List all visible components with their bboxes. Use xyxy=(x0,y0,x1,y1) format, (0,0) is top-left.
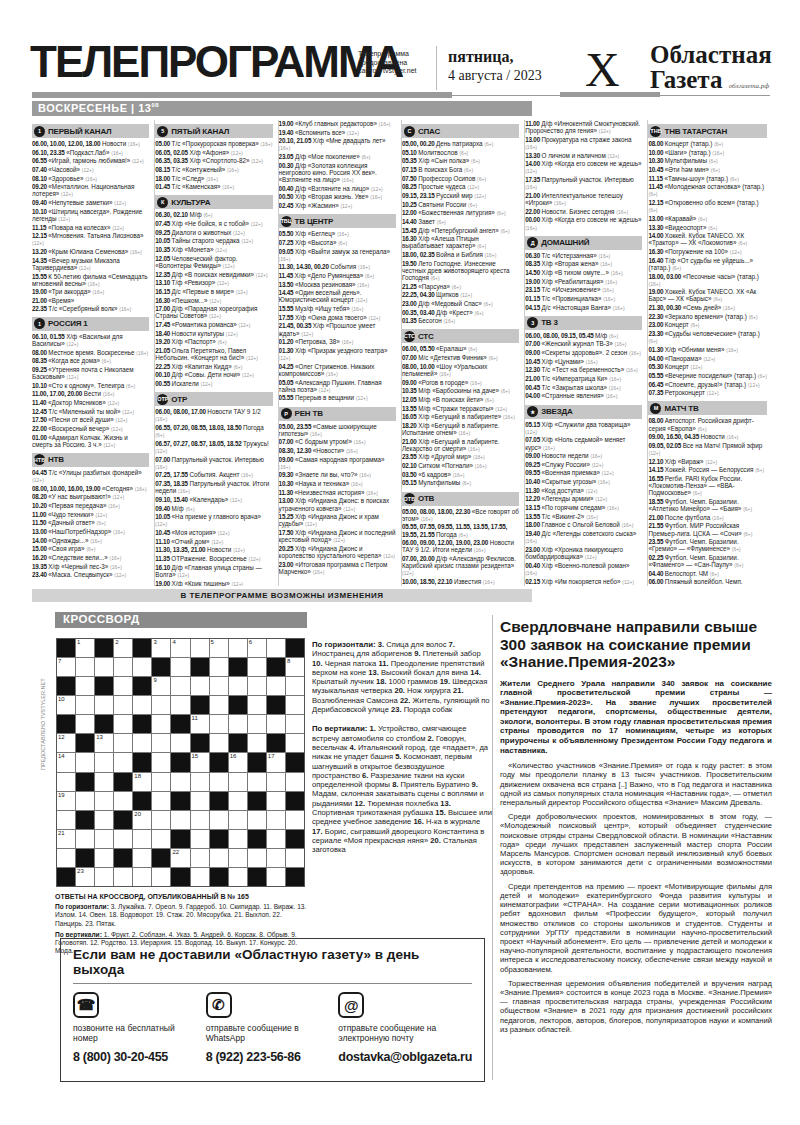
delivery-contact-label: отправьте сообщение на электронную почту xyxy=(338,1023,472,1045)
crossword-cell[interactable]: 6 xyxy=(248,639,266,657)
program-item: 14.50 Х/ф «В тихом омуте...» (16+) xyxy=(525,269,642,277)
crossword-cell-black xyxy=(248,830,266,848)
crossword-cell[interactable] xyxy=(114,658,132,676)
crossword-answers-title: ОТВЕТЫ НА КРОССВОРД, ОПУБЛИКОВАННЫЙ В № … xyxy=(55,893,307,901)
header-rule-thick xyxy=(560,92,660,97)
crossword-cell[interactable] xyxy=(152,696,170,714)
crossword-cell[interactable] xyxy=(152,868,170,886)
crossword-cell[interactable] xyxy=(229,849,247,867)
crossword-cell[interactable] xyxy=(171,677,189,695)
program-item: 19.00 «Три аккорда» (16+) xyxy=(32,288,149,296)
article-paragraph: Среди добровольческих проектов, номиниро… xyxy=(500,812,772,876)
tv-column-2: 5ПЯТЫЙ КАНАЛ05.00 Т/с «Прокурорская пров… xyxy=(155,120,278,586)
crossword-cell[interactable] xyxy=(76,696,94,714)
crossword-cell[interactable] xyxy=(76,792,94,810)
article-paragraph: «Количество участников «Знание.Премия» о… xyxy=(500,761,772,807)
crossword-cell[interactable] xyxy=(114,696,132,714)
program-item: 05.30 Концерт (12+) xyxy=(648,363,766,371)
crossword-cell[interactable] xyxy=(267,868,285,886)
program-item: 10.30 «Наука и техника» (16+) xyxy=(279,480,396,488)
clue-number: 19 xyxy=(58,792,65,798)
crossword-cell[interactable] xyxy=(114,677,132,695)
crossword-cell-black xyxy=(114,849,132,867)
program-item: 11.30, 14.30, 00.20 События (16+) xyxy=(279,263,396,271)
crossword-cell[interactable] xyxy=(95,792,113,810)
clue-number: 11 xyxy=(192,715,198,721)
crossword-cell[interactable] xyxy=(76,715,94,733)
crossword-cell[interactable] xyxy=(210,773,228,791)
crossword-cell-black xyxy=(210,830,228,848)
program-item: 01.00 «Адмирал Колчак. Жизнь и смерть за… xyxy=(32,434,149,449)
program-item: 08.20 «У нас выигрывают!» (12+) xyxy=(32,493,149,501)
crossword-cell[interactable] xyxy=(76,658,94,676)
program-item: 06.00, 10.00, 12.00, 18.00 Новости (16+) xyxy=(32,140,149,148)
crossword-cell[interactable]: 21 xyxy=(57,830,75,848)
crossword-cell[interactable] xyxy=(76,753,94,771)
crossword-cell[interactable] xyxy=(229,811,247,829)
crossword-cell[interactable]: 19 xyxy=(57,792,75,810)
crossword-cell[interactable]: 15 xyxy=(191,753,209,771)
crossword-cell[interactable] xyxy=(114,734,132,752)
crossword-cell[interactable] xyxy=(171,658,189,676)
crossword-cell[interactable] xyxy=(152,715,170,733)
program-item: 07.35, 18.35 Патрульный участок. Итоги н… xyxy=(155,480,272,495)
tv-column-4: ССПАС05.00, 00.20 День патриарха (6+)05.… xyxy=(402,120,525,586)
crossword-cell[interactable] xyxy=(114,753,132,771)
program-item: 23.30 «Судьбы человеческие» (татар.) (6+… xyxy=(648,330,766,345)
crossword-cell[interactable] xyxy=(210,849,228,867)
channel-name: РОССИЯ 1 xyxy=(48,319,88,328)
program-item: 09.40 М/ф (6+) xyxy=(155,505,272,513)
channel-logo-icon: М xyxy=(650,403,661,414)
program-item: 05.50 Х/ф «Беглец» (16+) xyxy=(279,230,396,238)
channel-name: ДОМАШНИЙ xyxy=(541,238,589,247)
clue-number: 10 xyxy=(58,696,65,702)
program-item: 07.15 В поисках Бога (6+) xyxy=(402,166,519,174)
crossword-cell[interactable] xyxy=(229,773,247,791)
crossword-cell[interactable] xyxy=(248,811,266,829)
whatsapp-icon: ✆ xyxy=(206,992,232,1018)
program-item: 07.00 Патрульный участок. Интервью (16+) xyxy=(155,456,272,471)
program-item: 07.00 «Женский журнал ТВ-3» (16+) xyxy=(525,340,642,348)
crossword-cell[interactable] xyxy=(286,773,304,791)
channel-logo-icon: 5 xyxy=(157,126,168,137)
program-item: 01.30 Х/ф «Призрак уездного театра» (12+… xyxy=(279,347,396,362)
crossword-cell[interactable] xyxy=(210,696,228,714)
program-item: 11.30, 13.35, 21.00 Новости (12+) xyxy=(155,546,272,554)
crossword-cell-black xyxy=(210,868,228,886)
program-item: 19.20 Х/ф «Паспорт» (6+) xyxy=(155,338,272,346)
crossword-cell[interactable] xyxy=(95,868,113,886)
program-item: 16.40 Т/ф «От судьбы не уйдешь...» (тата… xyxy=(648,257,766,272)
delivery-contact-whatsapp[interactable]: ✆отправьте сообщение в WhatsApp8 (922) 2… xyxy=(206,992,331,1064)
crossword-cell[interactable] xyxy=(191,677,209,695)
provider-note: Телепрограмма предоставлена сайтом tvsty… xyxy=(358,50,428,76)
program-item: 13.00 Прокуратура на страже закона (16+) xyxy=(525,136,642,151)
crossword-cell[interactable] xyxy=(95,696,113,714)
crossword-cell[interactable] xyxy=(248,849,266,867)
crossword-cell[interactable] xyxy=(152,753,170,771)
crossword-cell[interactable] xyxy=(229,639,247,657)
crossword-cell[interactable]: 16 xyxy=(229,753,247,771)
delivery-contact-phone[interactable]: ☎позвоните на бесплатный номер8 (800) 30… xyxy=(73,992,198,1064)
tv-column-6: ТНВТНВ ТАТАРСТАН08.00 Концерт (татар.) (… xyxy=(648,120,771,586)
crossword-cell[interactable]: 20 xyxy=(133,811,151,829)
crossword-cell[interactable]: 7 xyxy=(57,658,75,676)
program-item: 10.00, 18.50, 22.10 Известия (16+) xyxy=(402,578,519,586)
crossword-cell[interactable] xyxy=(152,773,170,791)
program-item: 08.25 Простые чудеса (12+) xyxy=(402,183,519,191)
channel-name: МАТЧ ТВ xyxy=(664,404,698,413)
program-item: 05.05 «Александр Пушкин. Главная тайна п… xyxy=(279,379,396,394)
program-item: 10.45 «Моя история» (12+) xyxy=(155,529,272,537)
crossword-cell[interactable] xyxy=(57,773,75,791)
crossword-cell-black xyxy=(248,868,266,886)
channel-name: КУЛЬТУРА xyxy=(171,198,210,207)
program-item: 14.35 «Вечер музыки Микаэла Таривердиева… xyxy=(32,257,149,272)
crossword-cell[interactable] xyxy=(210,811,228,829)
program-item: 23.55 Футбол. Чемп. Бразилии. «Гремио» —… xyxy=(648,538,766,553)
delivery-contact-label: отправьте сообщение в WhatsApp xyxy=(206,1023,331,1045)
crossword-cell-black xyxy=(191,696,209,714)
crossword-cell-black xyxy=(210,753,228,771)
program-item: 13.55 М/ф «Стражи терракоты» (12+) xyxy=(402,405,519,413)
crossword-cell[interactable] xyxy=(248,715,266,733)
channel-header: ОТВОТВ xyxy=(402,492,519,506)
program-item: 21.00 «Время» xyxy=(32,297,149,304)
crossword-cell[interactable] xyxy=(267,677,285,695)
program-item: 18.00, 03.00 «Песочные часы» (татар.) (1… xyxy=(648,273,766,288)
program-item: 18.00, 02.35 Война и Библия (16+) xyxy=(402,251,519,259)
program-item: 07.50 Профессор Осипов (6+) xyxy=(402,175,519,183)
crossword-cell[interactable] xyxy=(95,658,113,676)
crossword-cell[interactable] xyxy=(152,734,170,752)
crossword-cell-black xyxy=(286,868,304,886)
program-item: 13.00 «Каравай» (6+) xyxy=(648,215,766,223)
crossword-cell[interactable] xyxy=(267,849,285,867)
crossword-cell[interactable] xyxy=(229,830,247,848)
program-item: 01.20 «Петровка, 38» (16+) xyxy=(279,338,396,346)
crossword-cell[interactable] xyxy=(191,792,209,810)
program-item: 23.00 Х/ф «Хроника пикирующего бомбардир… xyxy=(525,546,642,561)
crossword-cell-black xyxy=(267,734,285,752)
clue-number: 9 xyxy=(153,677,156,683)
program-item: 09.00, 16.50, 04.35 Новости (16+) xyxy=(648,433,766,441)
program-item: 22.25 Х/ф «Капитан Кидд» (6+) xyxy=(155,363,272,371)
program-item: 18.00 Т/с «След» (16+) xyxy=(155,175,272,183)
crossword-cell[interactable] xyxy=(171,773,189,791)
schedule-change-notice: В ТЕЛЕПРОГРАММЕ ВОЗМОЖНЫ ИЗМЕНЕНИЯ xyxy=(32,589,532,602)
program-item: 15.45 Д/ф «Петербургский ангел» (6+) xyxy=(402,227,519,235)
crossword-cell[interactable] xyxy=(152,792,170,810)
crossword-cell[interactable] xyxy=(267,639,285,657)
crossword-cell[interactable]: 22 xyxy=(171,849,189,867)
crossword-cell[interactable] xyxy=(248,734,266,752)
program-item: 19.00 Хоккей. Кубок TANECO. ХК «Ак Барс»… xyxy=(648,288,766,303)
program-item: 15.00 «Своя игра» (6+) xyxy=(32,545,149,553)
crossword-cell[interactable] xyxy=(191,849,209,867)
crossword-cell-black xyxy=(133,753,151,771)
crossword-cell[interactable] xyxy=(133,868,151,886)
program-item: 00.55 Искатели (12+) xyxy=(155,380,272,388)
newspaper-logo: Областная Газета облгазета.рф xyxy=(650,42,772,99)
channel-logo-icon: ОТВ xyxy=(404,493,415,504)
program-item: 16.10 Д/ф «Главная улица страны — Волга»… xyxy=(155,564,272,579)
crossword-cell[interactable] xyxy=(210,658,228,676)
program-item: 04.25 «Олег Стриженов. Никаких компромис… xyxy=(279,363,396,378)
crossword-cell-black xyxy=(171,715,189,733)
crossword-cell[interactable]: 5 xyxy=(210,639,228,657)
program-item: 00.50 Х/ф «Вторая жизнь. Уве» (16+) xyxy=(279,193,396,201)
day-banner-month: 08 xyxy=(151,102,159,108)
crossword-cell[interactable] xyxy=(114,715,132,733)
crossword-cell[interactable] xyxy=(57,811,75,829)
channel-header: ММАТЧ ТВ xyxy=(648,401,766,415)
program-item: 05.00, 00.20 День патриарха (6+) xyxy=(402,140,519,148)
crossword-cell[interactable] xyxy=(95,753,113,771)
masthead-underline xyxy=(32,92,452,98)
crossword-cell[interactable] xyxy=(286,715,304,733)
crossword-cell[interactable] xyxy=(171,696,189,714)
program-item: 13.20 «Крым Юлиана Семенова» (16+) xyxy=(32,248,149,256)
crossword-cell[interactable] xyxy=(286,849,304,867)
crossword-cell-black xyxy=(57,715,75,733)
crossword-cell[interactable] xyxy=(76,677,94,695)
program-item: 14.15 Хоккей. Россия — Белоруссия (6+) xyxy=(648,466,766,474)
crossword-cell[interactable]: 18 xyxy=(133,773,151,791)
program-item: 11.15 «Тамчы-шоу» (татар.) (6+) xyxy=(648,175,766,183)
crossword-cell[interactable]: 3 xyxy=(152,639,170,657)
crossword-cell[interactable] xyxy=(114,792,132,810)
crossword-cell-black xyxy=(191,658,209,676)
crossword-cell[interactable] xyxy=(133,658,151,676)
crossword-cell[interactable] xyxy=(248,677,266,695)
program-item: 10.00 «Шаги» (татар.) (16+) xyxy=(648,149,766,157)
tv-column-1: 1ПЕРВЫЙ КАНАЛ06.00, 10.00, 12.00, 18.00 … xyxy=(32,120,155,586)
crossword-cell[interactable] xyxy=(191,773,209,791)
article-lead: Жители Среднего Урала направили 340 заяв… xyxy=(500,679,772,756)
crossword-cell[interactable] xyxy=(191,868,209,886)
crossword-cell[interactable]: 8 xyxy=(286,658,304,676)
crossword-cell[interactable] xyxy=(267,773,285,791)
program-item: 23.00 Концерт (6+) xyxy=(648,321,766,329)
crossword-cell[interactable] xyxy=(267,811,285,829)
crossword-cell[interactable] xyxy=(76,830,94,848)
tv-column-5: 11.00 Д/ф «Иннокентий Смоктуновский. Про… xyxy=(525,120,648,586)
issue-date-value: 4 августа / 2023 xyxy=(448,68,542,84)
crossword-cell[interactable] xyxy=(267,715,285,733)
crossword-cell[interactable] xyxy=(267,792,285,810)
email-icon: @ xyxy=(338,992,364,1018)
program-item: 13.55 Т/с «Викинг-2» (16+) xyxy=(525,513,642,521)
program-item: 06.45 «Споемте, друзья!» (татар.) (12+) xyxy=(648,381,766,389)
crossword-cell[interactable] xyxy=(114,830,132,848)
clue-number: 16 xyxy=(230,753,237,759)
program-item: 11.30 «Неизвестная история» (16+) xyxy=(279,489,396,497)
crossword-cell[interactable]: 12 xyxy=(57,734,75,752)
program-item: 18.00 Главное с Ольгой Беловой (16+) xyxy=(525,521,642,529)
crossword-cell[interactable] xyxy=(95,849,113,867)
program-item: 11.15 «Повара на колесах» (12+) xyxy=(32,224,149,232)
crossword-cell[interactable] xyxy=(114,868,132,886)
channel-header: ТНВТНВ ТАТАРСТАН xyxy=(648,124,766,138)
channel-logo-icon: ★ xyxy=(527,406,538,417)
crossword-cell[interactable]: 14 xyxy=(57,753,75,771)
crossword-cell-black xyxy=(267,696,285,714)
program-item: 23.15 Т/с «Исчезновение» (16+) xyxy=(525,286,642,294)
program-item: 17.55 Х/ф «Окна дома твоего» (12+) xyxy=(279,314,396,322)
delivery-contact-email[interactable]: @отправьте сообщение на электронную почт… xyxy=(338,992,472,1064)
crossword-cell[interactable]: 11 xyxy=(191,715,209,733)
clue-number: 6 xyxy=(249,639,252,645)
crossword-cell[interactable]: 10 xyxy=(57,696,75,714)
crossword-cell-black xyxy=(76,849,94,867)
program-item: 22.35 Т/с «Серебряный волк» (16+) xyxy=(32,305,149,313)
crossword-cell-black xyxy=(229,696,247,714)
crossword-cell[interactable] xyxy=(152,811,170,829)
crossword-cell[interactable] xyxy=(248,658,266,676)
program-item: 13.00 Х/ф «Индиана Джонс: в поисках утра… xyxy=(279,497,396,512)
clue-number: 13 xyxy=(96,734,103,740)
program-item: 09.30 «Знаете ли вы, что?» (16+) xyxy=(279,471,396,479)
delivery-contact-value[interactable]: dostavka@oblgazeta.ru xyxy=(338,1050,472,1064)
program-item: 01.35 Бесогон (16+) xyxy=(402,317,519,325)
program-item: 16.15 Д/с «Первые в мире» (12+) xyxy=(155,288,272,296)
program-item: 09.25 Диалоги о животных (12+) xyxy=(155,229,272,237)
program-item: 06.55 «Играй, гармонь любимая!» (12+) xyxy=(32,157,149,165)
program-item: 04.40 Велоспорт. ЧМ (6+) xyxy=(648,570,766,578)
crossword-cell[interactable] xyxy=(133,849,151,867)
issue-weekday: пятница, xyxy=(448,48,542,66)
crossword-cell[interactable]: 4 xyxy=(171,639,189,657)
program-item: 09.05, 02.05 Все на Матч! Прямой эфир (1… xyxy=(648,442,766,457)
clue-number: 18 xyxy=(134,773,141,779)
program-item: 15.55 Муз/ф «Ищу тебя» (16+) xyxy=(279,305,396,313)
program-item: 22.30 «Зеркало времени» (татар.) (6+) xyxy=(648,313,766,321)
crossword-cell[interactable] xyxy=(95,830,113,848)
newspaper-site-link[interactable]: облгазета.рф xyxy=(729,82,770,90)
program-item: 15.25 Х/ф «Индиана Джонс и храм судьбы» … xyxy=(279,513,396,528)
program-item: 21.45, 00.35 Х/ф «Прошлое умеет ждать» (… xyxy=(279,322,396,337)
crossword-cell[interactable] xyxy=(57,849,75,867)
crossword-cell[interactable] xyxy=(191,639,209,657)
crossword-cell[interactable] xyxy=(286,677,304,695)
crossword-cell[interactable] xyxy=(133,696,151,714)
channel-logo-icon: Д xyxy=(527,237,538,248)
program-item: 12.10 Х/ф «Вираж» (12+) xyxy=(648,458,766,466)
crossword-cell[interactable] xyxy=(286,696,304,714)
crossword-cell[interactable] xyxy=(95,811,113,829)
program-item: 05.55 Перерыв в вещании (12+) xyxy=(279,394,396,402)
crossword-cell[interactable] xyxy=(229,677,247,695)
program-item: 08.10 «Здоровье» (16+) xyxy=(32,175,149,183)
crossword-cell[interactable]: 23 xyxy=(76,868,94,886)
crossword-cell-black xyxy=(248,792,266,810)
channel-name: ЗВЕЗДА xyxy=(541,407,572,416)
crossword-cell[interactable] xyxy=(248,773,266,791)
crossword-cell-black xyxy=(171,753,189,771)
crossword-cell[interactable] xyxy=(171,811,189,829)
crossword-cell[interactable] xyxy=(171,734,189,752)
program-item: 02.25 Футбол. Чемп. Бразилии. «Фламенго»… xyxy=(648,554,766,569)
delivery-contact-value[interactable]: 8 (800) 30-20-455 xyxy=(73,1050,198,1064)
program-item: 09.55 «Военная приемка» (12+) xyxy=(525,469,642,477)
crossword-cell[interactable] xyxy=(229,792,247,810)
program-item: 07.40 «Часовой» (12+) xyxy=(32,166,149,174)
crossword-cell[interactable] xyxy=(229,868,247,886)
channel-name: ТВ 3 xyxy=(541,318,558,327)
program-item: 11.35 ОТРажение. Воскресенье (12+) xyxy=(155,555,272,563)
crossword-credit: ПРЕДОСТАВЛЕНО TVSTYLER.NET xyxy=(40,760,46,770)
crossword-cell-black xyxy=(76,773,94,791)
crossword-cell[interactable]: 17 xyxy=(267,753,285,771)
page-title: ТЕЛЕПРОГРАММА xyxy=(30,40,402,84)
channel-name: СТС xyxy=(418,332,434,341)
program-item: 10.25 Святыни России (6+) xyxy=(402,201,519,209)
crossword-cell[interactable]: 9 xyxy=(152,677,170,695)
channel-name: ТНВ ТАТАРСТАН xyxy=(664,127,727,136)
program-item: 06.10, 01.55 Х/ф «Васильки для Василисы»… xyxy=(32,333,149,348)
channel-header: ★ЗВЕЗДА xyxy=(525,405,642,419)
program-item: 09.10, 15.40 «Календарь» (12+) xyxy=(155,496,272,504)
crossword-cell[interactable] xyxy=(229,715,247,733)
program-item: 07.00 «С бодрым утром!» (16+) xyxy=(279,438,396,446)
program-item: 17.00 Д/ф «Парадная хореография Страны С… xyxy=(155,305,272,320)
crossword-cell[interactable] xyxy=(152,830,170,848)
crossword-cell[interactable]: 13 xyxy=(95,734,113,752)
crossword-cell[interactable]: 2 xyxy=(114,639,132,657)
program-item: 10.05 Тайны старого чердака (12+) xyxy=(155,237,272,245)
program-item: 07.45 Х/ф «Не бойся, я с тобой» (12+) xyxy=(155,220,272,228)
channel-header: 5ПЯТЫЙ КАНАЛ xyxy=(155,124,272,138)
crossword-cell[interactable] xyxy=(191,811,209,829)
crossword-cell-black xyxy=(114,811,132,829)
delivery-contact-value[interactable]: 8 (922) 223-56-86 xyxy=(206,1050,331,1064)
channel-name: ПЯТЫЙ КАНАЛ xyxy=(171,127,229,136)
crossword-cell-black xyxy=(133,715,151,733)
program-item: 06.00, 08.00, 09.15, 05.45 М/ф (6+) xyxy=(525,332,642,340)
crossword-cell[interactable] xyxy=(286,734,304,752)
crossword-cell[interactable] xyxy=(133,734,151,752)
program-item: 00.10 Д/ф «Совы. Дети ночи» (12+) xyxy=(155,371,272,379)
crossword-cell[interactable] xyxy=(210,715,228,733)
program-item: 22.00 «Воскресный вечер» (12+) xyxy=(32,425,149,433)
channel-name: ОТВ xyxy=(418,494,434,503)
program-item: 21.00 После футбола (16+) xyxy=(648,514,766,522)
crossword-cell[interactable] xyxy=(248,696,266,714)
article-divider xyxy=(492,615,493,1080)
program-item: 12.45 Т/с «Миленький ты мой» (12+) xyxy=(32,408,149,416)
crossword-cell[interactable] xyxy=(286,811,304,829)
crossword-cell[interactable] xyxy=(210,677,228,695)
program-item: 19.40 Д/с «Легенды советского сыска» (16… xyxy=(525,530,642,545)
crossword-cell[interactable] xyxy=(95,773,113,791)
news-article: Свердловчане направили свыше 300 заявок … xyxy=(500,618,772,1039)
program-item: 06.00, 08.00, 17.00 Новости ТАУ 9 1/2 (1… xyxy=(155,408,272,423)
crossword-cell[interactable] xyxy=(210,734,228,752)
program-item: 08.30, 12.30 «Новости» (16+) xyxy=(279,447,396,455)
crossword-cell[interactable] xyxy=(267,830,285,848)
program-item: 22.25, 04.30 Щипков (12+) xyxy=(402,291,519,299)
program-item: 00.45 Т/с «Закрытая школа» (16+) xyxy=(525,384,642,392)
crossword-cell-black xyxy=(133,677,151,695)
crossword-clues: По горизонтали: 3. Спица для волос 7. Ин… xyxy=(312,640,492,865)
crossword-cell[interactable] xyxy=(133,830,151,848)
program-item: 07.00 М/с «Детектив Финник» (6+) xyxy=(402,354,519,362)
crossword-cell[interactable] xyxy=(191,830,209,848)
crossword-cell[interactable]: 1 xyxy=(76,639,94,657)
program-item: 10.35 Х/ф «Монета» (12+) xyxy=(155,246,272,254)
